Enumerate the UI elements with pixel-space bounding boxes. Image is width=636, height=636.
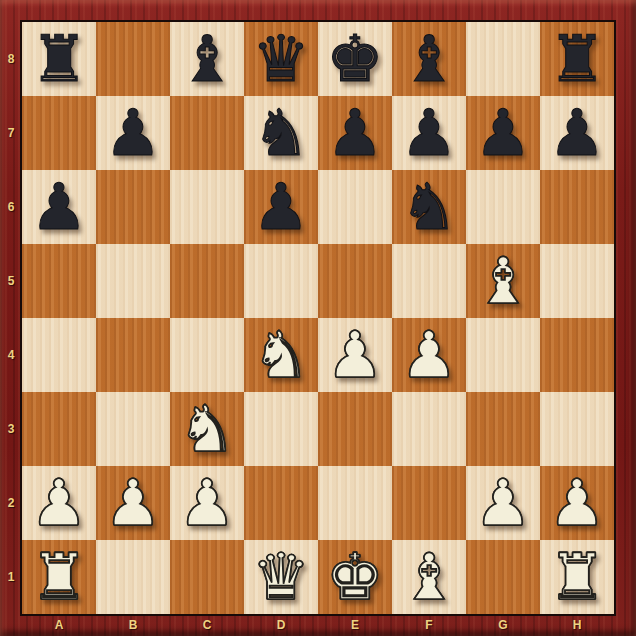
white-knight-d4[interactable]: ♞: [252, 318, 309, 392]
square-d7[interactable]: ♞: [244, 96, 318, 170]
file-label-c: C: [170, 614, 244, 636]
square-h3[interactable]: [540, 392, 614, 466]
black-knight-d7[interactable]: ♞: [252, 96, 309, 170]
white-pawn-h2[interactable]: ♟: [548, 466, 605, 540]
file-label-b: B: [96, 614, 170, 636]
square-h7[interactable]: ♟: [540, 96, 614, 170]
rank-label-8: 8: [0, 22, 22, 96]
file-label-g: G: [466, 614, 540, 636]
file-label-a: A: [22, 614, 96, 636]
square-d3[interactable]: [244, 392, 318, 466]
white-knight-c3[interactable]: ♞: [178, 392, 235, 466]
square-e5[interactable]: [318, 244, 392, 318]
square-f5[interactable]: [392, 244, 466, 318]
white-rook-h1[interactable]: ♜: [548, 540, 605, 614]
square-g1[interactable]: [466, 540, 540, 614]
square-c8[interactable]: ♝: [170, 22, 244, 96]
square-c7[interactable]: [170, 96, 244, 170]
square-h5[interactable]: [540, 244, 614, 318]
square-a7[interactable]: [22, 96, 96, 170]
square-e2[interactable]: [318, 466, 392, 540]
square-f7[interactable]: ♟: [392, 96, 466, 170]
rank-label-5: 5: [0, 244, 22, 318]
black-queen-d8[interactable]: ♛: [252, 22, 309, 96]
square-b7[interactable]: ♟: [96, 96, 170, 170]
black-pawn-a6[interactable]: ♟: [30, 170, 87, 244]
square-g6[interactable]: [466, 170, 540, 244]
square-h6[interactable]: [540, 170, 614, 244]
square-d5[interactable]: [244, 244, 318, 318]
white-pawn-e4[interactable]: ♟: [326, 318, 383, 392]
black-knight-f6[interactable]: ♞: [400, 170, 457, 244]
square-f8[interactable]: ♝: [392, 22, 466, 96]
white-king-e1[interactable]: ♚: [326, 540, 383, 614]
square-f1[interactable]: ♝: [392, 540, 466, 614]
square-e8[interactable]: ♚: [318, 22, 392, 96]
black-pawn-b7[interactable]: ♟: [104, 96, 161, 170]
square-h8[interactable]: ♜: [540, 22, 614, 96]
square-e4[interactable]: ♟: [318, 318, 392, 392]
square-b5[interactable]: [96, 244, 170, 318]
square-g4[interactable]: [466, 318, 540, 392]
file-label-e: E: [318, 614, 392, 636]
file-label-h: H: [540, 614, 614, 636]
square-f6[interactable]: ♞: [392, 170, 466, 244]
square-c4[interactable]: [170, 318, 244, 392]
square-a8[interactable]: ♜: [22, 22, 96, 96]
square-g3[interactable]: [466, 392, 540, 466]
square-c6[interactable]: [170, 170, 244, 244]
black-king-e8[interactable]: ♚: [326, 22, 383, 96]
white-bishop-g5[interactable]: ♝: [474, 244, 531, 318]
board-frame: ♜♝♛♚♝♜♟♞♟♟♟♟♟♟♞♝♞♟♟♞♟♟♟♟♟♜♛♚♝♜ 87654321A…: [0, 0, 636, 636]
square-c1[interactable]: [170, 540, 244, 614]
square-h2[interactable]: ♟: [540, 466, 614, 540]
black-pawn-e7[interactable]: ♟: [326, 96, 383, 170]
square-g7[interactable]: ♟: [466, 96, 540, 170]
square-a6[interactable]: ♟: [22, 170, 96, 244]
square-a4[interactable]: [22, 318, 96, 392]
square-c2[interactable]: ♟: [170, 466, 244, 540]
square-a5[interactable]: [22, 244, 96, 318]
square-g8[interactable]: [466, 22, 540, 96]
square-e7[interactable]: ♟: [318, 96, 392, 170]
square-c3[interactable]: ♞: [170, 392, 244, 466]
square-f3[interactable]: [392, 392, 466, 466]
white-pawn-a2[interactable]: ♟: [30, 466, 87, 540]
square-a2[interactable]: ♟: [22, 466, 96, 540]
black-bishop-f8[interactable]: ♝: [400, 22, 457, 96]
file-label-f: F: [392, 614, 466, 636]
square-b8[interactable]: [96, 22, 170, 96]
rank-label-2: 2: [0, 466, 22, 540]
white-pawn-g2[interactable]: ♟: [474, 466, 531, 540]
square-b6[interactable]: [96, 170, 170, 244]
file-label-d: D: [244, 614, 318, 636]
square-e1[interactable]: ♚: [318, 540, 392, 614]
square-d1[interactable]: ♛: [244, 540, 318, 614]
white-rook-a1[interactable]: ♜: [30, 540, 87, 614]
square-c5[interactable]: [170, 244, 244, 318]
square-d8[interactable]: ♛: [244, 22, 318, 96]
square-e6[interactable]: [318, 170, 392, 244]
rank-label-6: 6: [0, 170, 22, 244]
square-h4[interactable]: [540, 318, 614, 392]
square-a1[interactable]: ♜: [22, 540, 96, 614]
black-pawn-d6[interactable]: ♟: [252, 170, 309, 244]
rank-label-1: 1: [0, 540, 22, 614]
black-pawn-h7[interactable]: ♟: [548, 96, 605, 170]
square-h1[interactable]: ♜: [540, 540, 614, 614]
square-f4[interactable]: ♟: [392, 318, 466, 392]
rank-label-3: 3: [0, 392, 22, 466]
square-d6[interactable]: ♟: [244, 170, 318, 244]
rank-label-4: 4: [0, 318, 22, 392]
black-rook-a8[interactable]: ♜: [30, 22, 87, 96]
square-e3[interactable]: [318, 392, 392, 466]
black-pawn-f7[interactable]: ♟: [400, 96, 457, 170]
white-pawn-b2[interactable]: ♟: [104, 466, 161, 540]
square-b3[interactable]: [96, 392, 170, 466]
white-bishop-f1[interactable]: ♝: [400, 540, 457, 614]
square-b2[interactable]: ♟: [96, 466, 170, 540]
square-f2[interactable]: [392, 466, 466, 540]
square-g2[interactable]: ♟: [466, 466, 540, 540]
black-pawn-g7[interactable]: ♟: [474, 96, 531, 170]
square-g5[interactable]: ♝: [466, 244, 540, 318]
black-rook-h8[interactable]: ♜: [548, 22, 605, 96]
white-pawn-f4[interactable]: ♟: [400, 318, 457, 392]
square-d4[interactable]: ♞: [244, 318, 318, 392]
white-queen-d1[interactable]: ♛: [252, 540, 309, 614]
black-bishop-c8[interactable]: ♝: [178, 22, 235, 96]
board: ♜♝♛♚♝♜♟♞♟♟♟♟♟♟♞♝♞♟♟♞♟♟♟♟♟♜♛♚♝♜: [22, 22, 614, 614]
rank-label-7: 7: [0, 96, 22, 170]
square-d2[interactable]: [244, 466, 318, 540]
square-b4[interactable]: [96, 318, 170, 392]
square-a3[interactable]: [22, 392, 96, 466]
square-b1[interactable]: [96, 540, 170, 614]
white-pawn-c2[interactable]: ♟: [178, 466, 235, 540]
